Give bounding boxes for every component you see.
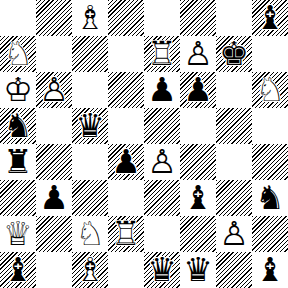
black-queen-silhouette: ♛ [72, 108, 108, 144]
square-c2[interactable]: ♞♘ [72, 216, 108, 252]
square-b6[interactable]: ♟♙ [36, 72, 72, 108]
black-king-silhouette: ♚ [216, 36, 252, 72]
square-d8[interactable] [108, 0, 144, 36]
white-rook-silhouette: ♜ [108, 216, 144, 252]
white-knight-silhouette: ♞ [0, 36, 36, 72]
black-pawn-silhouette: ♟ [108, 144, 144, 180]
square-b8[interactable] [36, 0, 72, 36]
square-c5[interactable]: ♛♛ [72, 108, 108, 144]
black-pawn-silhouette: ♟ [180, 72, 216, 108]
black-bishop: ♝ [180, 180, 216, 216]
square-b2[interactable] [36, 216, 72, 252]
white-pawn-silhouette: ♟ [144, 144, 180, 180]
black-king: ♚ [216, 36, 252, 72]
black-bishop-silhouette: ♝ [252, 0, 288, 36]
square-a3[interactable] [0, 180, 36, 216]
black-bishop-silhouette: ♝ [252, 252, 288, 288]
square-e6[interactable]: ♟♟ [144, 72, 180, 108]
square-e1[interactable]: ♛♛ [144, 252, 180, 288]
square-f5[interactable] [180, 108, 216, 144]
square-h8[interactable]: ♝♝ [252, 0, 288, 36]
white-pawn-silhouette: ♟ [180, 36, 216, 72]
square-h1[interactable]: ♝♝ [252, 252, 288, 288]
square-b1[interactable] [36, 252, 72, 288]
square-e3[interactable] [144, 180, 180, 216]
white-pawn: ♙ [36, 72, 72, 108]
black-rook-silhouette: ♜ [0, 144, 36, 180]
white-knight: ♘ [0, 36, 36, 72]
square-b7[interactable] [36, 36, 72, 72]
square-a1[interactable]: ♝♝ [0, 252, 36, 288]
square-h7[interactable] [252, 36, 288, 72]
square-h5[interactable] [252, 108, 288, 144]
black-bishop: ♝ [252, 0, 288, 36]
square-b5[interactable] [36, 108, 72, 144]
white-bishop-silhouette: ♝ [72, 0, 108, 36]
white-rook: ♖ [108, 216, 144, 252]
square-a2[interactable]: ♛♕ [0, 216, 36, 252]
square-d3[interactable] [108, 180, 144, 216]
square-a5[interactable]: ♞♞ [0, 108, 36, 144]
white-knight: ♘ [72, 216, 108, 252]
black-pawn: ♟ [180, 72, 216, 108]
square-c8[interactable]: ♝♗ [72, 0, 108, 36]
black-knight-silhouette: ♞ [0, 108, 36, 144]
square-d4[interactable]: ♟♟ [108, 144, 144, 180]
white-knight: ♘ [252, 72, 288, 108]
black-queen: ♛ [180, 252, 216, 288]
square-h4[interactable] [252, 144, 288, 180]
square-g7[interactable]: ♚♚ [216, 36, 252, 72]
square-e7[interactable]: ♜♖ [144, 36, 180, 72]
black-rook: ♜ [0, 144, 36, 180]
square-f1[interactable]: ♛♛ [180, 252, 216, 288]
square-g2[interactable]: ♟♙ [216, 216, 252, 252]
square-h6[interactable]: ♞♘ [252, 72, 288, 108]
square-h2[interactable] [252, 216, 288, 252]
white-pawn: ♙ [144, 144, 180, 180]
white-pawn: ♙ [180, 36, 216, 72]
square-c4[interactable] [72, 144, 108, 180]
square-d7[interactable] [108, 36, 144, 72]
white-knight-silhouette: ♞ [72, 216, 108, 252]
square-g8[interactable] [216, 0, 252, 36]
white-pawn-silhouette: ♟ [216, 216, 252, 252]
white-bishop: ♗ [72, 0, 108, 36]
square-d2[interactable]: ♜♖ [108, 216, 144, 252]
white-pawn-silhouette: ♟ [36, 72, 72, 108]
square-g1[interactable] [216, 252, 252, 288]
square-e5[interactable] [144, 108, 180, 144]
square-b3[interactable]: ♟♟ [36, 180, 72, 216]
white-bishop-silhouette: ♝ [72, 252, 108, 288]
square-e8[interactable] [144, 0, 180, 36]
square-c1[interactable]: ♝♗ [72, 252, 108, 288]
square-c6[interactable] [72, 72, 108, 108]
black-pawn: ♟ [36, 180, 72, 216]
square-g6[interactable] [216, 72, 252, 108]
white-bishop: ♗ [72, 252, 108, 288]
black-pawn-silhouette: ♟ [144, 72, 180, 108]
white-queen: ♕ [0, 216, 36, 252]
square-g5[interactable] [216, 108, 252, 144]
square-f2[interactable] [180, 216, 216, 252]
square-d1[interactable] [108, 252, 144, 288]
square-d6[interactable] [108, 72, 144, 108]
white-pawn: ♙ [216, 216, 252, 252]
black-queen: ♛ [144, 252, 180, 288]
black-knight: ♞ [0, 108, 36, 144]
square-d5[interactable] [108, 108, 144, 144]
square-f3[interactable]: ♝♝ [180, 180, 216, 216]
black-pawn: ♟ [144, 72, 180, 108]
white-rook: ♖ [144, 36, 180, 72]
square-f7[interactable]: ♟♙ [180, 36, 216, 72]
square-b4[interactable] [36, 144, 72, 180]
white-knight-silhouette: ♞ [252, 72, 288, 108]
black-bishop-silhouette: ♝ [180, 180, 216, 216]
white-king-silhouette: ♚ [0, 72, 36, 108]
square-f8[interactable] [180, 0, 216, 36]
black-bishop: ♝ [0, 252, 36, 288]
black-pawn-silhouette: ♟ [36, 180, 72, 216]
square-g3[interactable] [216, 180, 252, 216]
square-a6[interactable]: ♚♔ [0, 72, 36, 108]
square-a7[interactable]: ♞♘ [0, 36, 36, 72]
black-bishop-silhouette: ♝ [0, 252, 36, 288]
square-f4[interactable] [180, 144, 216, 180]
black-queen: ♛ [72, 108, 108, 144]
square-c3[interactable] [72, 180, 108, 216]
white-rook-silhouette: ♜ [144, 36, 180, 72]
black-queen-silhouette: ♛ [180, 252, 216, 288]
white-king: ♔ [0, 72, 36, 108]
square-a8[interactable] [0, 0, 36, 36]
black-bishop: ♝ [252, 252, 288, 288]
square-e2[interactable] [144, 216, 180, 252]
black-knight-silhouette: ♞ [252, 180, 288, 216]
black-knight: ♞ [252, 180, 288, 216]
black-pawn: ♟ [108, 144, 144, 180]
square-a4[interactable]: ♜♜ [0, 144, 36, 180]
square-c7[interactable] [72, 36, 108, 72]
white-queen-silhouette: ♛ [0, 216, 36, 252]
square-h3[interactable]: ♞♞ [252, 180, 288, 216]
square-f6[interactable]: ♟♟ [180, 72, 216, 108]
chess-board: ♝♗♝♝♞♘♜♖♟♙♚♚♚♔♟♙♟♟♟♟♞♘♞♞♛♛♜♜♟♟♟♙♟♟♝♝♞♞♛♕… [0, 0, 288, 288]
square-g4[interactable] [216, 144, 252, 180]
square-e4[interactable]: ♟♙ [144, 144, 180, 180]
black-queen-silhouette: ♛ [144, 252, 180, 288]
